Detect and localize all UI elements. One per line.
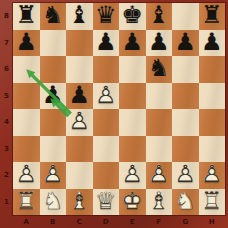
black-pawn[interactable]: ♟: [172, 30, 199, 57]
piece-glyph: ♜: [199, 2, 226, 29]
piece-glyph: ♜: [13, 2, 40, 29]
piece-glyph: ♟: [146, 29, 173, 56]
square-a3[interactable]: [13, 136, 40, 163]
square-e7[interactable]: ♟: [119, 30, 146, 57]
rank-label: 6: [0, 56, 13, 83]
square-b6[interactable]: [40, 56, 67, 83]
square-a2[interactable]: ♟♙: [13, 162, 40, 189]
piece-outline-glyph: ♕: [93, 188, 120, 215]
white-bishop[interactable]: ♝♗: [146, 189, 173, 216]
square-e8[interactable]: ♚: [119, 3, 146, 30]
square-d5[interactable]: ♟♙: [93, 83, 120, 110]
piece-glyph: ♟: [172, 29, 199, 56]
file-label: A: [13, 215, 40, 228]
black-knight[interactable]: ♞: [40, 3, 67, 30]
white-pawn[interactable]: ♟♙: [13, 162, 40, 189]
square-a8[interactable]: ♜: [13, 3, 40, 30]
white-queen[interactable]: ♛♕: [93, 189, 120, 216]
piece-outline-glyph: ♙: [66, 108, 93, 135]
black-pawn[interactable]: ♟: [13, 30, 40, 57]
square-h3[interactable]: [199, 136, 226, 163]
piece-outline-glyph: ♘: [40, 188, 67, 215]
piece-glyph: ♟: [40, 82, 67, 109]
square-g5[interactable]: [172, 83, 199, 110]
square-b2[interactable]: ♟♙: [40, 162, 67, 189]
square-g3[interactable]: [172, 136, 199, 163]
square-h1[interactable]: ♜♖: [199, 189, 226, 216]
square-d4[interactable]: [93, 109, 120, 136]
white-pawn[interactable]: ♟♙: [40, 162, 67, 189]
white-pawn[interactable]: ♟♙: [119, 162, 146, 189]
black-queen[interactable]: ♛: [93, 3, 120, 30]
piece-glyph: ♞: [40, 2, 67, 29]
square-f8[interactable]: ♝: [146, 3, 173, 30]
file-labels: A B C D E F G H: [13, 215, 225, 228]
piece-outline-glyph: ♘: [172, 188, 199, 215]
file-label: G: [172, 215, 199, 228]
black-king[interactable]: ♚: [119, 3, 146, 30]
piece-glyph: ♝: [66, 2, 93, 29]
square-e3[interactable]: [119, 136, 146, 163]
black-bishop[interactable]: ♝: [146, 3, 173, 30]
square-h8[interactable]: ♜: [199, 3, 226, 30]
chessboard: ♜♞♝♛♚♝♜♟♟♟♟♟♟♞♟♟♟♙♟♙♟♙♟♙♟♙♟♙♟♙♟♙♜♖♞♘♝♗♛♕…: [13, 3, 225, 215]
black-pawn[interactable]: ♟: [146, 30, 173, 57]
piece-glyph: ♛: [93, 2, 120, 29]
square-g2[interactable]: ♟♙: [172, 162, 199, 189]
black-pawn[interactable]: ♟: [40, 83, 67, 110]
piece-glyph: ♚: [119, 2, 146, 29]
piece-outline-glyph: ♖: [199, 188, 226, 215]
square-f4[interactable]: [146, 109, 173, 136]
white-pawn[interactable]: ♟♙: [199, 162, 226, 189]
piece-outline-glyph: ♗: [66, 188, 93, 215]
black-pawn[interactable]: ♟: [119, 30, 146, 57]
piece-glyph: ♟: [66, 82, 93, 109]
black-rook[interactable]: ♜: [13, 3, 40, 30]
square-c6[interactable]: [66, 56, 93, 83]
square-a5[interactable]: [13, 83, 40, 110]
piece-glyph: ♟: [119, 29, 146, 56]
chess-diagram: ♜♞♝♛♚♝♜♟♟♟♟♟♟♞♟♟♟♙♟♙♟♙♟♙♟♙♟♙♟♙♟♙♜♖♞♘♝♗♛♕…: [0, 0, 228, 228]
square-g4[interactable]: [172, 109, 199, 136]
file-label: F: [146, 215, 173, 228]
square-g6[interactable]: [172, 56, 199, 83]
piece-outline-glyph: ♙: [40, 161, 67, 188]
white-king[interactable]: ♚♔: [119, 189, 146, 216]
square-d1[interactable]: ♛♕: [93, 189, 120, 216]
square-e1[interactable]: ♚♔: [119, 189, 146, 216]
white-knight[interactable]: ♞♘: [40, 189, 67, 216]
piece-outline-glyph: ♖: [13, 188, 40, 215]
black-rook[interactable]: ♜: [199, 3, 226, 30]
square-e2[interactable]: ♟♙: [119, 162, 146, 189]
square-d2[interactable]: [93, 162, 120, 189]
rank-label: 5: [0, 83, 13, 110]
square-b1[interactable]: ♞♘: [40, 189, 67, 216]
square-b3[interactable]: [40, 136, 67, 163]
rank-label: 8: [0, 3, 13, 30]
white-pawn[interactable]: ♟♙: [172, 162, 199, 189]
white-pawn[interactable]: ♟♙: [93, 83, 120, 110]
rank-label: 3: [0, 136, 13, 163]
square-d7[interactable]: ♟: [93, 30, 120, 57]
square-e5[interactable]: [119, 83, 146, 110]
file-label: E: [119, 215, 146, 228]
black-pawn[interactable]: ♟: [199, 30, 226, 57]
black-knight[interactable]: ♞: [146, 56, 173, 83]
piece-outline-glyph: ♙: [172, 161, 199, 188]
square-c5[interactable]: ♟: [66, 83, 93, 110]
square-e6[interactable]: [119, 56, 146, 83]
square-f5[interactable]: [146, 83, 173, 110]
square-a6[interactable]: [13, 56, 40, 83]
white-rook[interactable]: ♜♖: [13, 189, 40, 216]
square-e4[interactable]: [119, 109, 146, 136]
piece-glyph: ♞: [146, 55, 173, 82]
file-label: C: [66, 215, 93, 228]
file-label: B: [40, 215, 67, 228]
black-pawn[interactable]: ♟: [93, 30, 120, 57]
square-h2[interactable]: ♟♙: [199, 162, 226, 189]
piece-outline-glyph: ♔: [119, 188, 146, 215]
square-g8[interactable]: [172, 3, 199, 30]
piece-outline-glyph: ♙: [199, 161, 226, 188]
piece-outline-glyph: ♙: [146, 161, 173, 188]
piece-glyph: ♟: [199, 29, 226, 56]
square-b8[interactable]: ♞: [40, 3, 67, 30]
white-pawn[interactable]: ♟♙: [146, 162, 173, 189]
white-knight[interactable]: ♞♘: [172, 189, 199, 216]
square-a4[interactable]: [13, 109, 40, 136]
square-h4[interactable]: [199, 109, 226, 136]
piece-glyph: ♟: [93, 29, 120, 56]
square-b4[interactable]: [40, 109, 67, 136]
white-rook[interactable]: ♜♖: [199, 189, 226, 216]
piece-glyph: ♟: [13, 29, 40, 56]
rank-labels: 8 7 6 5 4 3 2 1: [0, 3, 13, 215]
square-h5[interactable]: [199, 83, 226, 110]
square-b5[interactable]: ♟: [40, 83, 67, 110]
file-label: D: [93, 215, 120, 228]
rank-label: 2: [0, 162, 13, 189]
white-pawn[interactable]: ♟♙: [66, 109, 93, 136]
square-h7[interactable]: ♟: [199, 30, 226, 57]
file-label: H: [199, 215, 226, 228]
square-g7[interactable]: ♟: [172, 30, 199, 57]
square-d3[interactable]: [93, 136, 120, 163]
piece-outline-glyph: ♙: [119, 161, 146, 188]
square-c2[interactable]: [66, 162, 93, 189]
square-c4[interactable]: ♟♙: [66, 109, 93, 136]
black-bishop[interactable]: ♝: [66, 3, 93, 30]
square-f6[interactable]: ♞: [146, 56, 173, 83]
square-h6[interactable]: [199, 56, 226, 83]
square-f2[interactable]: ♟♙: [146, 162, 173, 189]
square-f7[interactable]: ♟: [146, 30, 173, 57]
square-c8[interactable]: ♝: [66, 3, 93, 30]
square-c7[interactable]: [66, 30, 93, 57]
piece-outline-glyph: ♗: [146, 188, 173, 215]
white-bishop[interactable]: ♝♗: [66, 189, 93, 216]
rank-label: 7: [0, 30, 13, 57]
square-c3[interactable]: [66, 136, 93, 163]
piece-outline-glyph: ♙: [93, 82, 120, 109]
square-d6[interactable]: [93, 56, 120, 83]
square-b7[interactable]: [40, 30, 67, 57]
square-a7[interactable]: ♟: [13, 30, 40, 57]
piece-outline-glyph: ♙: [13, 161, 40, 188]
piece-glyph: ♝: [146, 2, 173, 29]
square-g1[interactable]: ♞♘: [172, 189, 199, 216]
square-c1[interactable]: ♝♗: [66, 189, 93, 216]
rank-label: 1: [0, 189, 13, 216]
square-f1[interactable]: ♝♗: [146, 189, 173, 216]
square-a1[interactable]: ♜♖: [13, 189, 40, 216]
rank-label: 4: [0, 109, 13, 136]
square-d8[interactable]: ♛: [93, 3, 120, 30]
square-f3[interactable]: [146, 136, 173, 163]
black-pawn[interactable]: ♟: [66, 83, 93, 110]
